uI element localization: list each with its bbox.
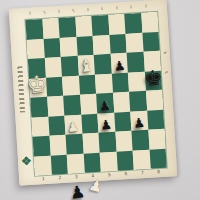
square-b6[interactable] [109,33,127,53]
square-f2[interactable] [48,115,66,135]
rank-label-1: 1 [35,175,52,184]
square-b5[interactable] [93,34,111,54]
square-f4[interactable] [81,113,99,133]
square-f1[interactable] [31,116,49,136]
rank-label-7: 7 [134,169,151,178]
board-grid [25,12,166,176]
square-g6[interactable] [115,131,133,151]
square-f3[interactable] [64,114,82,134]
offboard-black-pawn[interactable]: ♟ [69,183,86,200]
square-c5[interactable] [94,54,112,74]
square-h8[interactable] [149,148,167,168]
square-f8[interactable] [147,109,165,129]
square-g7[interactable] [131,130,149,150]
square-c1[interactable] [28,58,46,78]
square-a3[interactable] [58,17,76,37]
square-g1[interactable] [33,136,51,156]
square-f5[interactable] [97,112,115,132]
square-a2[interactable] [42,18,60,38]
square-d2[interactable] [45,76,63,96]
square-h6[interactable] [116,150,134,170]
square-b4[interactable] [76,35,94,55]
square-a1[interactable] [25,19,43,39]
square-b8[interactable] [142,31,160,51]
square-d7[interactable] [128,71,146,91]
square-c3[interactable] [61,56,79,76]
square-a7[interactable] [124,13,142,33]
square-d4[interactable] [78,74,96,94]
side-border-print [17,66,25,112]
right-border-print [164,51,169,85]
square-b3[interactable] [60,36,78,56]
square-h2[interactable] [50,154,68,174]
rank-label-8: 8 [150,168,167,177]
square-e7[interactable] [129,91,147,111]
square-d1[interactable] [29,77,47,97]
square-f7[interactable] [130,110,148,130]
chessboard-photo: ♚♝♟♚♟♟♟♟ 12345678 ❖ ♟♟ [0,0,200,200]
square-h7[interactable] [133,149,151,169]
square-b1[interactable] [27,38,45,58]
square-e1[interactable] [30,97,48,117]
square-g2[interactable] [49,135,67,155]
square-h1[interactable] [34,155,52,175]
square-d6[interactable] [111,72,129,92]
square-a5[interactable] [91,15,109,35]
square-d3[interactable] [62,75,80,95]
square-g4[interactable] [82,133,100,153]
square-e4[interactable] [80,94,98,114]
offboard-white-pawn[interactable]: ♟ [87,177,104,195]
square-c6[interactable] [110,53,128,73]
square-a8[interactable] [141,12,159,32]
square-g3[interactable] [66,134,84,154]
square-b2[interactable] [43,37,61,57]
square-c7[interactable] [127,52,145,72]
square-d5[interactable] [95,73,113,93]
square-g8[interactable] [148,129,166,149]
square-a4[interactable] [75,16,93,36]
square-g5[interactable] [98,132,116,152]
square-c2[interactable] [44,57,62,77]
square-a6[interactable] [108,14,126,34]
maker-logo-icon: ❖ [21,155,32,168]
square-e5[interactable] [96,93,114,113]
square-e3[interactable] [63,95,81,115]
square-f6[interactable] [114,111,132,131]
square-e8[interactable] [145,90,163,110]
rank-label-2: 2 [51,174,68,183]
rank-label-6: 6 [117,170,134,179]
square-d8[interactable] [144,70,162,90]
square-h5[interactable] [100,151,118,171]
vinyl-chess-mat: ♚♝♟♚♟♟♟♟ 12345678 ❖ [9,0,178,186]
square-c4[interactable] [77,55,95,75]
square-h4[interactable] [83,152,101,172]
square-b7[interactable] [125,32,143,52]
square-e2[interactable] [47,96,65,116]
square-c8[interactable] [143,51,161,71]
square-h3[interactable] [67,153,85,173]
square-e6[interactable] [113,92,131,112]
